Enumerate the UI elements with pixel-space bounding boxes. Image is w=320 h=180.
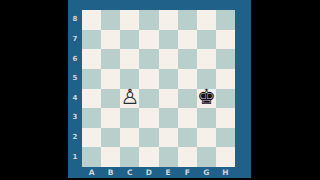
square-h1 bbox=[216, 147, 235, 167]
board-squares: ♙♚ bbox=[82, 10, 235, 167]
square-h4 bbox=[216, 89, 235, 109]
rank-label-1: 1 bbox=[68, 147, 82, 167]
square-f5 bbox=[178, 69, 197, 89]
rank-label-2: 2 bbox=[68, 128, 82, 148]
square-a7 bbox=[82, 30, 101, 50]
square-g3 bbox=[197, 108, 216, 128]
black-king: ♚ bbox=[197, 87, 216, 108]
rank-label-3: 3 bbox=[68, 108, 82, 128]
square-e4 bbox=[159, 89, 178, 109]
square-e7 bbox=[159, 30, 178, 50]
file-label-e: E bbox=[159, 167, 178, 178]
square-f8 bbox=[178, 10, 197, 30]
square-h8 bbox=[216, 10, 235, 30]
rank-label-5: 5 bbox=[68, 69, 82, 89]
square-f7 bbox=[178, 30, 197, 50]
square-e5 bbox=[159, 69, 178, 89]
rank-labels: 87654321 bbox=[68, 10, 82, 167]
chess-board: 87654321 ♙♚ ABCDEFGH bbox=[68, 0, 251, 178]
square-g4: ♚ bbox=[197, 89, 216, 109]
square-g6 bbox=[197, 49, 216, 69]
square-b5 bbox=[101, 69, 120, 89]
rank-label-8: 8 bbox=[68, 10, 82, 30]
square-a5 bbox=[82, 69, 101, 89]
square-b1 bbox=[101, 147, 120, 167]
white-pawn: ♙ bbox=[120, 87, 139, 108]
rank-label-4: 4 bbox=[68, 89, 82, 109]
file-label-g: G bbox=[197, 167, 216, 178]
square-c8 bbox=[120, 10, 139, 30]
square-g1 bbox=[197, 147, 216, 167]
square-c7 bbox=[120, 30, 139, 50]
square-a2 bbox=[82, 128, 101, 148]
square-g2 bbox=[197, 128, 216, 148]
square-d4 bbox=[139, 89, 158, 109]
square-e1 bbox=[159, 147, 178, 167]
square-b3 bbox=[101, 108, 120, 128]
square-f3 bbox=[178, 108, 197, 128]
square-d2 bbox=[139, 128, 158, 148]
square-a6 bbox=[82, 49, 101, 69]
square-f2 bbox=[178, 128, 197, 148]
square-d5 bbox=[139, 69, 158, 89]
square-d7 bbox=[139, 30, 158, 50]
square-b8 bbox=[101, 10, 120, 30]
square-e6 bbox=[159, 49, 178, 69]
square-a3 bbox=[82, 108, 101, 128]
square-e2 bbox=[159, 128, 178, 148]
square-c6 bbox=[120, 49, 139, 69]
square-c3 bbox=[120, 108, 139, 128]
square-d1 bbox=[139, 147, 158, 167]
file-label-a: A bbox=[82, 167, 101, 178]
square-b4 bbox=[101, 89, 120, 109]
square-h2 bbox=[216, 128, 235, 148]
square-e3 bbox=[159, 108, 178, 128]
rank-label-7: 7 bbox=[68, 30, 82, 50]
file-label-c: C bbox=[120, 167, 139, 178]
square-f1 bbox=[178, 147, 197, 167]
square-a4 bbox=[82, 89, 101, 109]
file-label-h: H bbox=[216, 167, 235, 178]
square-b6 bbox=[101, 49, 120, 69]
file-labels: ABCDEFGH bbox=[82, 167, 235, 178]
square-a8 bbox=[82, 10, 101, 30]
square-e8 bbox=[159, 10, 178, 30]
square-a1 bbox=[82, 147, 101, 167]
square-h7 bbox=[216, 30, 235, 50]
rank-label-6: 6 bbox=[68, 49, 82, 69]
square-d8 bbox=[139, 10, 158, 30]
square-b2 bbox=[101, 128, 120, 148]
square-h5 bbox=[216, 69, 235, 89]
square-d3 bbox=[139, 108, 158, 128]
square-f6 bbox=[178, 49, 197, 69]
square-g8 bbox=[197, 10, 216, 30]
square-g7 bbox=[197, 30, 216, 50]
letterbox-background: 87654321 ♙♚ ABCDEFGH bbox=[0, 0, 320, 180]
square-b7 bbox=[101, 30, 120, 50]
square-c1 bbox=[120, 147, 139, 167]
file-label-f: F bbox=[178, 167, 197, 178]
square-c4: ♙ bbox=[120, 89, 139, 109]
square-c2 bbox=[120, 128, 139, 148]
square-d6 bbox=[139, 49, 158, 69]
file-label-d: D bbox=[139, 167, 158, 178]
file-label-b: B bbox=[101, 167, 120, 178]
square-h6 bbox=[216, 49, 235, 69]
square-f4 bbox=[178, 89, 197, 109]
square-h3 bbox=[216, 108, 235, 128]
